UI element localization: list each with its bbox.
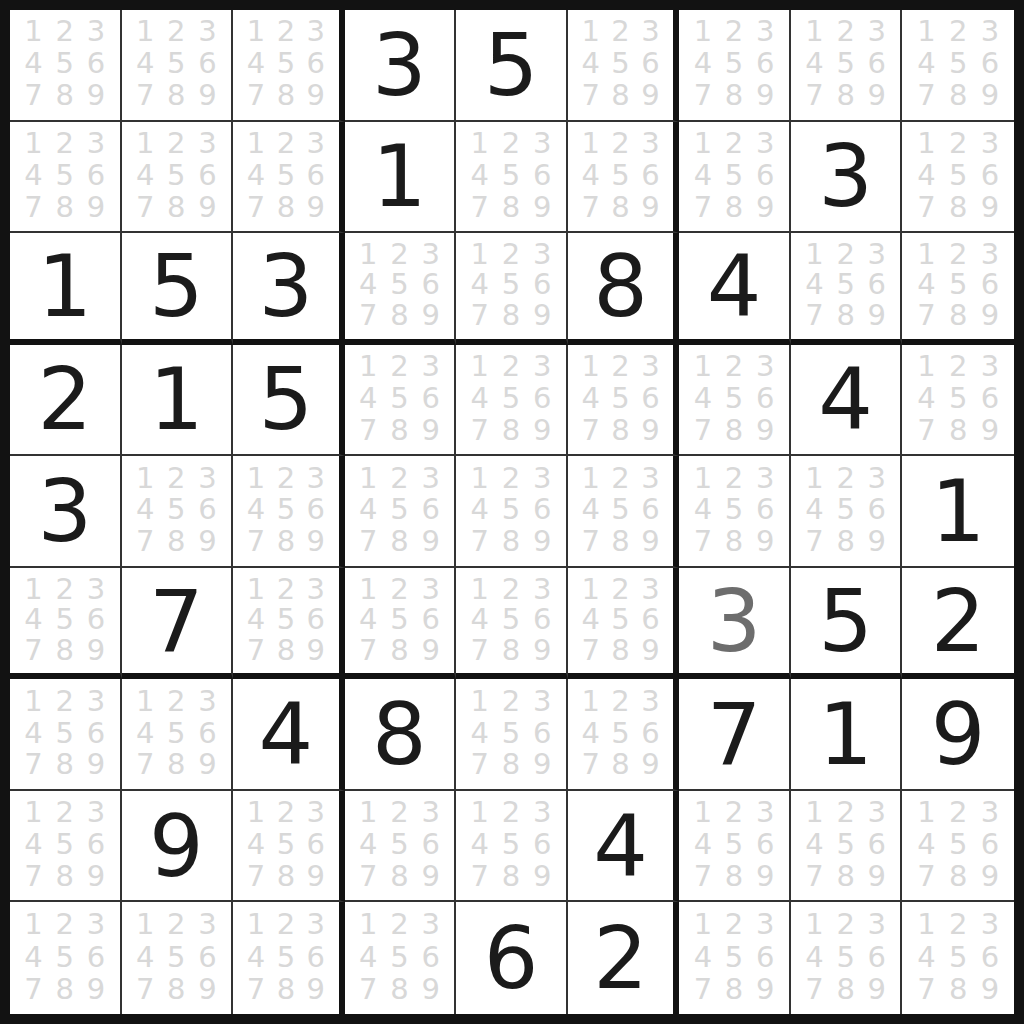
cell-r3c8[interactable]: 123456789 bbox=[791, 233, 903, 345]
cell-r1c4[interactable]: 3 bbox=[345, 10, 457, 122]
cell-r1c9[interactable]: 123456789 bbox=[902, 10, 1014, 122]
cell-r9c8[interactable]: 123456789 bbox=[791, 902, 903, 1014]
pencil-mark-5: 5 bbox=[502, 605, 520, 634]
pencil-mark-7: 7 bbox=[694, 862, 712, 891]
pencil-mark-4: 4 bbox=[359, 830, 377, 859]
cell-r6c8[interactable]: 5 bbox=[791, 568, 903, 680]
pencil-mark-2: 2 bbox=[836, 240, 854, 269]
pencil-mark-3: 3 bbox=[307, 910, 325, 939]
pencil-mark-3: 3 bbox=[641, 352, 659, 381]
cell-r1c1[interactable]: 123456789 bbox=[10, 10, 122, 122]
pencil-mark-7: 7 bbox=[694, 81, 712, 110]
cell-r8c2[interactable]: 9 bbox=[122, 791, 234, 903]
pencil-mark-1: 1 bbox=[24, 798, 42, 827]
cell-r7c4[interactable]: 8 bbox=[345, 679, 457, 791]
pencil-mark-1: 1 bbox=[581, 352, 599, 381]
cell-r1c3[interactable]: 123456789 bbox=[233, 10, 345, 122]
pencil-mark-4: 4 bbox=[581, 495, 599, 524]
pencil-mark-7: 7 bbox=[24, 975, 42, 1004]
pencil-marks: 123456789 bbox=[687, 16, 781, 112]
cell-r9c6[interactable]: 2 bbox=[568, 902, 680, 1014]
cell-r7c3[interactable]: 4 bbox=[233, 679, 345, 791]
cell-r9c3[interactable]: 123456789 bbox=[233, 902, 345, 1014]
pencil-mark-8: 8 bbox=[725, 81, 743, 110]
pencil-mark-9: 9 bbox=[868, 975, 886, 1004]
pencil-mark-5: 5 bbox=[725, 943, 743, 972]
pencil-mark-9: 9 bbox=[533, 636, 551, 665]
cell-r1c5[interactable]: 5 bbox=[456, 10, 568, 122]
sudoku-board: 1234567891234567891234567893512345678912… bbox=[0, 0, 1024, 1024]
pencil-mark-2: 2 bbox=[56, 575, 74, 604]
cell-r4c2[interactable]: 1 bbox=[122, 345, 234, 457]
cell-r6c1[interactable]: 123456789 bbox=[10, 568, 122, 680]
pencil-mark-1: 1 bbox=[247, 17, 265, 46]
pencil-mark-2: 2 bbox=[502, 352, 520, 381]
pencil-mark-5: 5 bbox=[611, 384, 629, 413]
pencil-mark-8: 8 bbox=[277, 81, 295, 110]
pencil-mark-4: 4 bbox=[471, 495, 489, 524]
pencil-mark-5: 5 bbox=[725, 495, 743, 524]
pencil-mark-4: 4 bbox=[359, 495, 377, 524]
pencil-mark-5: 5 bbox=[277, 161, 295, 190]
pencil-mark-1: 1 bbox=[805, 240, 823, 269]
cell-r5c9[interactable]: 1 bbox=[902, 456, 1014, 568]
cell-r9c1[interactable]: 123456789 bbox=[10, 902, 122, 1014]
pencil-mark-8: 8 bbox=[836, 81, 854, 110]
pencil-mark-3: 3 bbox=[87, 129, 105, 158]
pencil-marks: 123456789 bbox=[241, 797, 331, 893]
cell-r7c6[interactable]: 123456789 bbox=[568, 679, 680, 791]
cell-r9c5[interactable]: 6 bbox=[456, 902, 568, 1014]
pencil-mark-5: 5 bbox=[56, 830, 74, 859]
pencil-mark-8: 8 bbox=[611, 527, 629, 556]
pencil-mark-3: 3 bbox=[533, 575, 551, 604]
pencil-mark-4: 4 bbox=[136, 943, 154, 972]
pencil-mark-2: 2 bbox=[725, 17, 743, 46]
pencil-marks: 123456789 bbox=[130, 128, 224, 224]
cell-r5c2[interactable]: 123456789 bbox=[122, 456, 234, 568]
pencil-mark-8: 8 bbox=[56, 862, 74, 891]
pencil-mark-9: 9 bbox=[641, 416, 659, 445]
cell-r2c7[interactable]: 123456789 bbox=[679, 122, 791, 234]
cell-r8c9[interactable]: 123456789 bbox=[902, 791, 1014, 903]
pencil-mark-8: 8 bbox=[725, 975, 743, 1004]
pencil-mark-7: 7 bbox=[359, 975, 377, 1004]
pencil-mark-5: 5 bbox=[949, 270, 967, 299]
pencil-mark-5: 5 bbox=[56, 49, 74, 78]
pencil-mark-7: 7 bbox=[247, 636, 265, 665]
pencil-mark-6: 6 bbox=[756, 49, 774, 78]
cell-r2c4[interactable]: 1 bbox=[345, 122, 457, 234]
pencil-mark-1: 1 bbox=[471, 575, 489, 604]
pencil-mark-6: 6 bbox=[981, 943, 999, 972]
pencil-mark-5: 5 bbox=[390, 830, 408, 859]
pencil-mark-8: 8 bbox=[836, 862, 854, 891]
pencil-mark-1: 1 bbox=[917, 910, 935, 939]
pencil-mark-9: 9 bbox=[756, 81, 774, 110]
pencil-mark-7: 7 bbox=[359, 636, 377, 665]
cell-r4c4[interactable]: 123456789 bbox=[345, 345, 457, 457]
cell-r6c9[interactable]: 2 bbox=[902, 568, 1014, 680]
pencil-marks: 123456789 bbox=[130, 462, 224, 558]
cell-r7c1[interactable]: 123456789 bbox=[10, 679, 122, 791]
cell-r4c3[interactable]: 5 bbox=[233, 345, 345, 457]
cell-r3c6[interactable]: 8 bbox=[568, 233, 680, 345]
pencil-mark-8: 8 bbox=[949, 416, 967, 445]
pencil-mark-6: 6 bbox=[87, 943, 105, 972]
pencil-mark-4: 4 bbox=[917, 384, 935, 413]
pencil-mark-9: 9 bbox=[533, 416, 551, 445]
pencil-mark-2: 2 bbox=[390, 240, 408, 269]
cell-r2c3[interactable]: 123456789 bbox=[233, 122, 345, 234]
given-digit: 8 bbox=[372, 691, 427, 777]
pencil-mark-8: 8 bbox=[56, 975, 74, 1004]
pencil-mark-1: 1 bbox=[136, 687, 154, 716]
pencil-mark-4: 4 bbox=[805, 943, 823, 972]
cell-r5c5[interactable]: 123456789 bbox=[456, 456, 568, 568]
cell-r4c1[interactable]: 2 bbox=[10, 345, 122, 457]
pencil-mark-2: 2 bbox=[167, 17, 185, 46]
pencil-mark-1: 1 bbox=[581, 129, 599, 158]
cell-r3c7[interactable]: 4 bbox=[679, 233, 791, 345]
pencil-mark-4: 4 bbox=[24, 49, 42, 78]
pencil-mark-8: 8 bbox=[725, 416, 743, 445]
given-digit: 5 bbox=[149, 243, 204, 329]
cell-r5c4[interactable]: 123456789 bbox=[345, 456, 457, 568]
pencil-mark-1: 1 bbox=[694, 129, 712, 158]
pencil-mark-4: 4 bbox=[359, 384, 377, 413]
cell-r4c8[interactable]: 4 bbox=[791, 345, 903, 457]
cell-r3c4[interactable]: 123456789 bbox=[345, 233, 457, 345]
pencil-mark-2: 2 bbox=[725, 910, 743, 939]
pencil-mark-4: 4 bbox=[247, 49, 265, 78]
pencil-mark-1: 1 bbox=[805, 910, 823, 939]
pencil-mark-1: 1 bbox=[247, 910, 265, 939]
pencil-mark-5: 5 bbox=[502, 719, 520, 748]
cell-r8c4[interactable]: 123456789 bbox=[345, 791, 457, 903]
cell-r8c8[interactable]: 123456789 bbox=[791, 791, 903, 903]
pencil-mark-5: 5 bbox=[502, 495, 520, 524]
cell-r6c3[interactable]: 123456789 bbox=[233, 568, 345, 680]
pencil-mark-5: 5 bbox=[949, 161, 967, 190]
cell-r6c5[interactable]: 123456789 bbox=[456, 568, 568, 680]
pencil-marks: 123456789 bbox=[241, 16, 331, 112]
pencil-mark-8: 8 bbox=[167, 527, 185, 556]
cell-r4c6[interactable]: 123456789 bbox=[568, 345, 680, 457]
pencil-mark-1: 1 bbox=[805, 17, 823, 46]
pencil-mark-2: 2 bbox=[611, 352, 629, 381]
cell-r8c1[interactable]: 123456789 bbox=[10, 791, 122, 903]
cell-r7c5[interactable]: 123456789 bbox=[456, 679, 568, 791]
cell-r2c2[interactable]: 123456789 bbox=[122, 122, 234, 234]
pencil-mark-5: 5 bbox=[167, 719, 185, 748]
pencil-marks: 123456789 bbox=[910, 128, 1006, 224]
pencil-mark-3: 3 bbox=[87, 798, 105, 827]
cell-r2c6[interactable]: 123456789 bbox=[568, 122, 680, 234]
pencil-mark-7: 7 bbox=[805, 301, 823, 330]
pencil-mark-5: 5 bbox=[56, 605, 74, 634]
pencil-mark-4: 4 bbox=[247, 605, 265, 634]
pencil-marks: 123456789 bbox=[687, 908, 781, 1006]
pencil-mark-2: 2 bbox=[277, 464, 295, 493]
pencil-mark-2: 2 bbox=[56, 129, 74, 158]
cell-r6c2[interactable]: 7 bbox=[122, 568, 234, 680]
pencil-marks: 123456789 bbox=[799, 16, 893, 112]
pencil-mark-5: 5 bbox=[611, 719, 629, 748]
cell-r5c8[interactable]: 123456789 bbox=[791, 456, 903, 568]
pencil-mark-3: 3 bbox=[307, 129, 325, 158]
pencil-mark-9: 9 bbox=[87, 81, 105, 110]
cell-r4c9[interactable]: 123456789 bbox=[902, 345, 1014, 457]
pencil-mark-9: 9 bbox=[307, 636, 325, 665]
pencil-mark-3: 3 bbox=[307, 464, 325, 493]
cell-r2c1[interactable]: 123456789 bbox=[10, 122, 122, 234]
pencil-marks: 123456789 bbox=[910, 16, 1006, 112]
pencil-mark-5: 5 bbox=[836, 49, 854, 78]
pencil-mark-8: 8 bbox=[277, 862, 295, 891]
pencil-mark-8: 8 bbox=[56, 81, 74, 110]
cell-r3c1[interactable]: 1 bbox=[10, 233, 122, 345]
cell-r2c9[interactable]: 123456789 bbox=[902, 122, 1014, 234]
cell-r1c7[interactable]: 123456789 bbox=[679, 10, 791, 122]
cell-r1c8[interactable]: 123456789 bbox=[791, 10, 903, 122]
pencil-marks: 123456789 bbox=[910, 908, 1006, 1006]
pencil-mark-6: 6 bbox=[756, 830, 774, 859]
pencil-mark-6: 6 bbox=[981, 270, 999, 299]
pencil-mark-3: 3 bbox=[981, 17, 999, 46]
cell-r8c6[interactable]: 4 bbox=[568, 791, 680, 903]
pencil-marks: 123456789 bbox=[130, 685, 224, 781]
pencil-mark-9: 9 bbox=[421, 301, 439, 330]
cell-r8c7[interactable]: 123456789 bbox=[679, 791, 791, 903]
pencil-marks: 123456789 bbox=[576, 462, 666, 558]
pencil-mark-1: 1 bbox=[247, 129, 265, 158]
cell-r5c3[interactable]: 123456789 bbox=[233, 456, 345, 568]
pencil-mark-6: 6 bbox=[756, 384, 774, 413]
pencil-mark-4: 4 bbox=[694, 495, 712, 524]
pencil-mark-1: 1 bbox=[471, 464, 489, 493]
pencil-mark-7: 7 bbox=[471, 193, 489, 222]
cell-r6c4[interactable]: 123456789 bbox=[345, 568, 457, 680]
given-digit: 3 bbox=[372, 22, 427, 108]
pencil-mark-1: 1 bbox=[24, 17, 42, 46]
cell-r7c9[interactable]: 9 bbox=[902, 679, 1014, 791]
cell-r2c8[interactable]: 3 bbox=[791, 122, 903, 234]
given-digit: 3 bbox=[818, 133, 873, 219]
pencil-mark-3: 3 bbox=[307, 575, 325, 604]
pencil-mark-4: 4 bbox=[581, 161, 599, 190]
cell-r4c7[interactable]: 123456789 bbox=[679, 345, 791, 457]
pencil-mark-8: 8 bbox=[725, 862, 743, 891]
pencil-mark-1: 1 bbox=[917, 240, 935, 269]
pencil-mark-1: 1 bbox=[471, 129, 489, 158]
pencil-mark-3: 3 bbox=[641, 129, 659, 158]
cell-r3c2[interactable]: 5 bbox=[122, 233, 234, 345]
pencil-mark-4: 4 bbox=[805, 830, 823, 859]
pencil-mark-5: 5 bbox=[725, 161, 743, 190]
pencil-mark-9: 9 bbox=[87, 636, 105, 665]
pencil-mark-8: 8 bbox=[949, 81, 967, 110]
cell-r9c9[interactable]: 123456789 bbox=[902, 902, 1014, 1014]
pencil-mark-5: 5 bbox=[725, 384, 743, 413]
pencil-mark-7: 7 bbox=[24, 862, 42, 891]
cell-r6c7[interactable]: 3 bbox=[679, 568, 791, 680]
pencil-mark-9: 9 bbox=[198, 193, 216, 222]
pencil-mark-1: 1 bbox=[694, 910, 712, 939]
cell-r8c3[interactable]: 123456789 bbox=[233, 791, 345, 903]
pencil-mark-8: 8 bbox=[836, 975, 854, 1004]
pencil-mark-1: 1 bbox=[247, 464, 265, 493]
pencil-mark-8: 8 bbox=[277, 527, 295, 556]
pencil-mark-3: 3 bbox=[868, 798, 886, 827]
cell-r3c9[interactable]: 123456789 bbox=[902, 233, 1014, 345]
pencil-mark-4: 4 bbox=[24, 830, 42, 859]
pencil-mark-3: 3 bbox=[756, 352, 774, 381]
cell-r6c6[interactable]: 123456789 bbox=[568, 568, 680, 680]
cell-r1c2[interactable]: 123456789 bbox=[122, 10, 234, 122]
pencil-mark-8: 8 bbox=[949, 975, 967, 1004]
pencil-marks: 123456789 bbox=[353, 239, 447, 331]
pencil-mark-9: 9 bbox=[981, 416, 999, 445]
pencil-marks: 123456789 bbox=[18, 908, 112, 1006]
pencil-mark-4: 4 bbox=[471, 161, 489, 190]
pencil-mark-9: 9 bbox=[641, 636, 659, 665]
pencil-mark-6: 6 bbox=[533, 830, 551, 859]
cell-r9c7[interactable]: 123456789 bbox=[679, 902, 791, 1014]
pencil-mark-7: 7 bbox=[471, 862, 489, 891]
pencil-mark-6: 6 bbox=[756, 943, 774, 972]
pencil-mark-1: 1 bbox=[471, 687, 489, 716]
pencil-mark-6: 6 bbox=[981, 161, 999, 190]
pencil-mark-7: 7 bbox=[805, 862, 823, 891]
pencil-mark-4: 4 bbox=[471, 270, 489, 299]
given-digit: 1 bbox=[818, 691, 873, 777]
pencil-mark-8: 8 bbox=[611, 636, 629, 665]
pencil-mark-8: 8 bbox=[277, 636, 295, 665]
pencil-mark-9: 9 bbox=[307, 862, 325, 891]
pencil-mark-2: 2 bbox=[725, 352, 743, 381]
pencil-mark-4: 4 bbox=[805, 49, 823, 78]
pencil-marks: 123456789 bbox=[130, 16, 224, 112]
pencil-mark-1: 1 bbox=[471, 240, 489, 269]
pencil-mark-1: 1 bbox=[24, 910, 42, 939]
cell-r7c2[interactable]: 123456789 bbox=[122, 679, 234, 791]
cell-r7c8[interactable]: 1 bbox=[791, 679, 903, 791]
given-digit: 2 bbox=[37, 356, 92, 442]
given-digit: 4 bbox=[818, 356, 873, 442]
pencil-mark-7: 7 bbox=[805, 975, 823, 1004]
pencil-mark-5: 5 bbox=[277, 605, 295, 634]
pencil-mark-9: 9 bbox=[641, 81, 659, 110]
pencil-mark-2: 2 bbox=[277, 798, 295, 827]
cell-r5c6[interactable]: 123456789 bbox=[568, 456, 680, 568]
pencil-mark-3: 3 bbox=[421, 575, 439, 604]
pencil-marks: 123456789 bbox=[241, 128, 331, 224]
cell-r7c7[interactable]: 7 bbox=[679, 679, 791, 791]
pencil-mark-4: 4 bbox=[581, 605, 599, 634]
pencil-marks: 123456789 bbox=[464, 574, 558, 666]
pencil-mark-4: 4 bbox=[917, 270, 935, 299]
pencil-mark-4: 4 bbox=[136, 495, 154, 524]
pencil-mark-1: 1 bbox=[24, 129, 42, 158]
pencil-mark-6: 6 bbox=[87, 161, 105, 190]
pencil-mark-4: 4 bbox=[24, 161, 42, 190]
pencil-mark-9: 9 bbox=[533, 750, 551, 779]
pencil-mark-4: 4 bbox=[247, 495, 265, 524]
given-digit: 3 bbox=[37, 468, 92, 554]
pencil-mark-5: 5 bbox=[167, 49, 185, 78]
pencil-mark-1: 1 bbox=[694, 464, 712, 493]
pencil-mark-7: 7 bbox=[247, 862, 265, 891]
pencil-marks: 123456789 bbox=[130, 908, 224, 1006]
pencil-mark-9: 9 bbox=[756, 193, 774, 222]
pencil-mark-5: 5 bbox=[502, 830, 520, 859]
pencil-mark-2: 2 bbox=[390, 464, 408, 493]
pencil-marks: 123456789 bbox=[910, 239, 1006, 331]
cell-r2c5[interactable]: 123456789 bbox=[456, 122, 568, 234]
cell-r3c3[interactable]: 3 bbox=[233, 233, 345, 345]
pencil-mark-6: 6 bbox=[533, 605, 551, 634]
cell-r3c5[interactable]: 123456789 bbox=[456, 233, 568, 345]
pencil-mark-1: 1 bbox=[359, 464, 377, 493]
pencil-mark-7: 7 bbox=[581, 750, 599, 779]
given-digit: 5 bbox=[484, 22, 539, 108]
cell-r1c6[interactable]: 123456789 bbox=[568, 10, 680, 122]
pencil-mark-7: 7 bbox=[136, 527, 154, 556]
pencil-mark-7: 7 bbox=[694, 975, 712, 1004]
pencil-mark-3: 3 bbox=[641, 17, 659, 46]
pencil-mark-7: 7 bbox=[359, 862, 377, 891]
pencil-mark-4: 4 bbox=[471, 384, 489, 413]
pencil-mark-9: 9 bbox=[981, 81, 999, 110]
pencil-mark-2: 2 bbox=[390, 910, 408, 939]
pencil-mark-1: 1 bbox=[359, 798, 377, 827]
pencil-mark-3: 3 bbox=[868, 464, 886, 493]
cell-r4c5[interactable]: 123456789 bbox=[456, 345, 568, 457]
given-digit: 4 bbox=[259, 691, 314, 777]
pencil-mark-2: 2 bbox=[836, 17, 854, 46]
pencil-mark-6: 6 bbox=[198, 495, 216, 524]
pencil-mark-4: 4 bbox=[471, 719, 489, 748]
cell-r5c7[interactable]: 123456789 bbox=[679, 456, 791, 568]
pencil-mark-6: 6 bbox=[641, 49, 659, 78]
pencil-mark-8: 8 bbox=[836, 527, 854, 556]
pencil-mark-9: 9 bbox=[87, 750, 105, 779]
cell-r8c5[interactable]: 123456789 bbox=[456, 791, 568, 903]
given-digit: 5 bbox=[259, 356, 314, 442]
pencil-mark-5: 5 bbox=[502, 270, 520, 299]
cell-r5c1[interactable]: 3 bbox=[10, 456, 122, 568]
pencil-mark-3: 3 bbox=[533, 240, 551, 269]
cell-r9c2[interactable]: 123456789 bbox=[122, 902, 234, 1014]
pencil-mark-2: 2 bbox=[836, 798, 854, 827]
pencil-mark-6: 6 bbox=[533, 161, 551, 190]
pencil-mark-7: 7 bbox=[247, 193, 265, 222]
pencil-mark-2: 2 bbox=[277, 17, 295, 46]
cell-r9c4[interactable]: 123456789 bbox=[345, 902, 457, 1014]
pencil-mark-9: 9 bbox=[421, 975, 439, 1004]
pencil-mark-3: 3 bbox=[756, 910, 774, 939]
pencil-mark-3: 3 bbox=[87, 687, 105, 716]
pencil-mark-7: 7 bbox=[24, 81, 42, 110]
pencil-mark-4: 4 bbox=[359, 605, 377, 634]
pencil-mark-2: 2 bbox=[277, 575, 295, 604]
pencil-mark-4: 4 bbox=[247, 161, 265, 190]
pencil-mark-8: 8 bbox=[167, 81, 185, 110]
pencil-mark-8: 8 bbox=[390, 636, 408, 665]
pencil-mark-9: 9 bbox=[198, 527, 216, 556]
pencil-mark-6: 6 bbox=[981, 830, 999, 859]
